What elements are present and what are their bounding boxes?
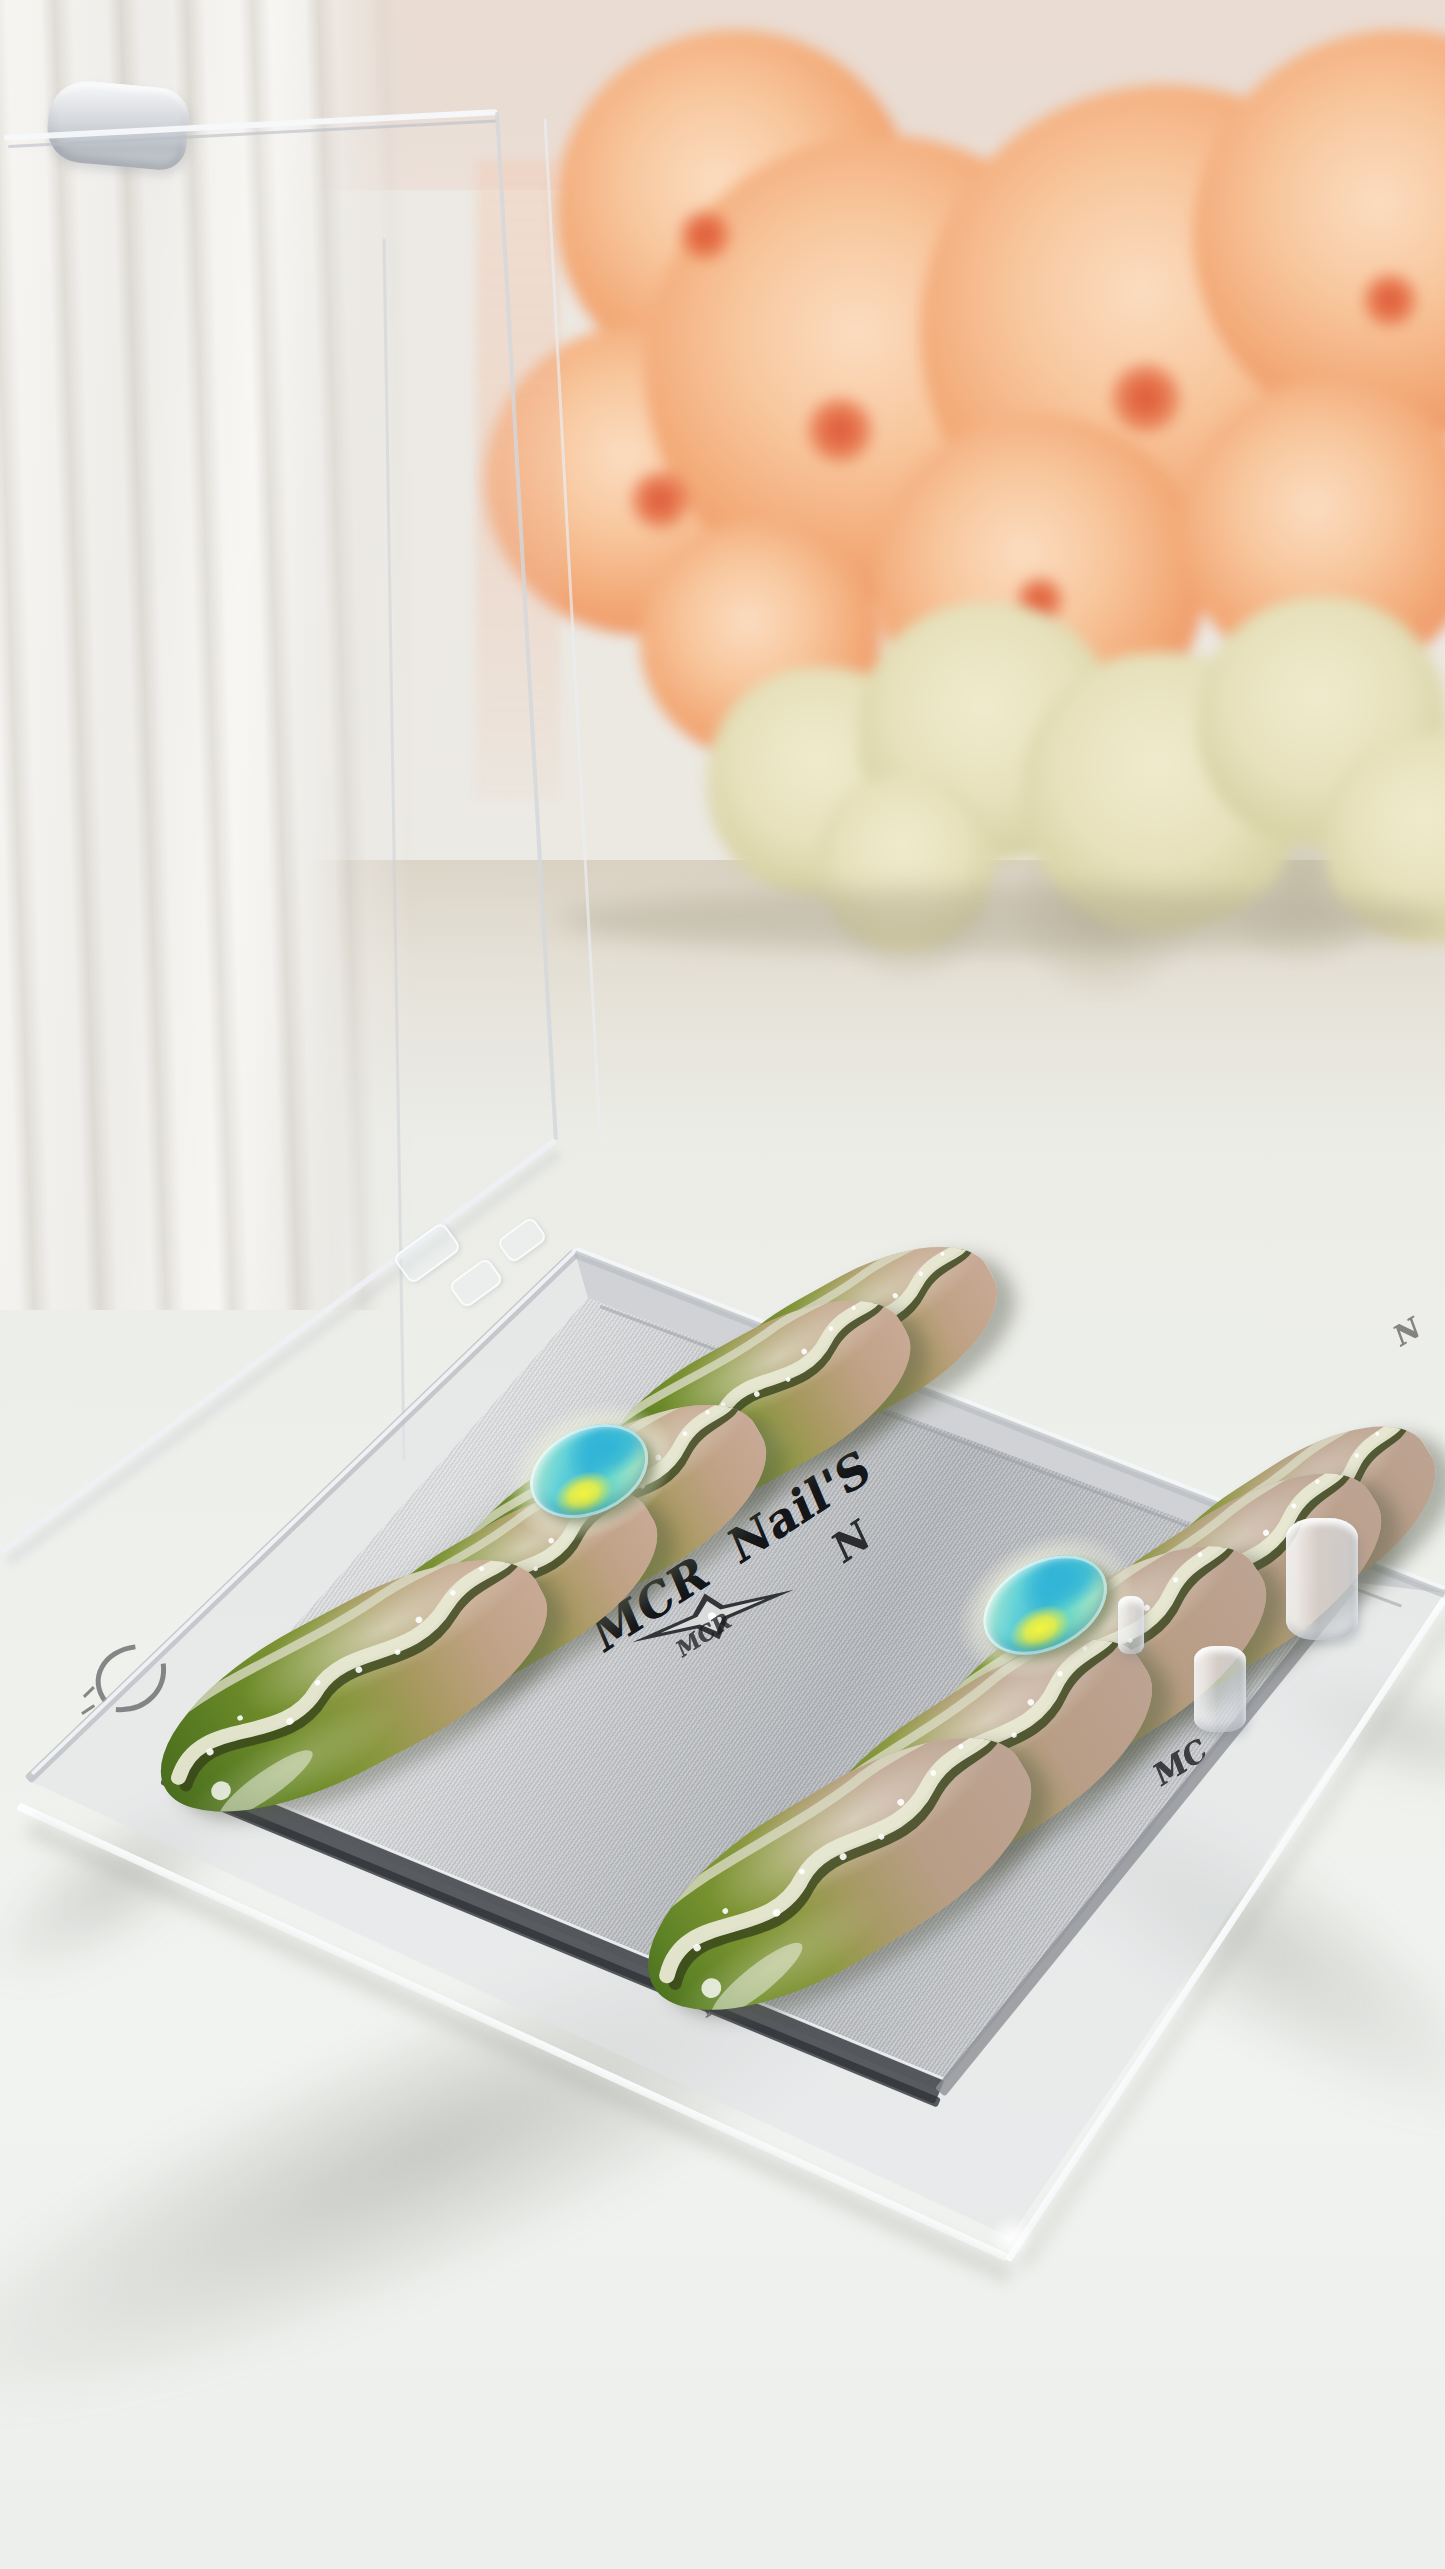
- flower-shadow: [560, 888, 1445, 952]
- case-lid-clasp: [45, 78, 192, 172]
- flower-center: [806, 396, 874, 464]
- flower-center: [1110, 362, 1182, 434]
- flower-center: [630, 470, 690, 530]
- case-peg: [1286, 1518, 1358, 1640]
- flower-center: [679, 209, 731, 261]
- flower-center: [1362, 272, 1418, 328]
- product-photo: MCRNail'S NMCRCR NMCNMCR: [0, 0, 1445, 2569]
- case-peg: [1194, 1646, 1246, 1732]
- corner-highlight: [988, 2214, 1034, 2260]
- case-peg: [1118, 1596, 1144, 1654]
